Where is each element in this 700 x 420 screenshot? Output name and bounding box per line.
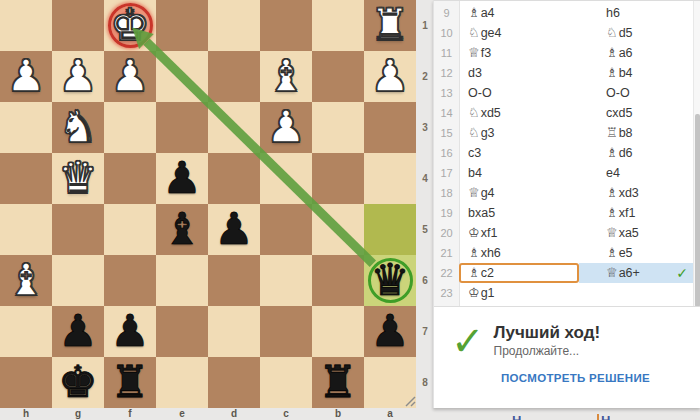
square-g8[interactable]: ♚ [52, 357, 104, 408]
move-number: 15 [434, 127, 459, 139]
correct-move-check-icon: ✓ [676, 263, 688, 283]
feedback-card: ✓ Лучший ход! Продолжайте... ПОСМОТРЕТЬ … [434, 307, 700, 407]
figurine-icon: ♘ [468, 123, 480, 143]
file-label-d: d [208, 408, 260, 420]
figurine-icon: ♗ [606, 143, 618, 163]
scrollbar-thumb[interactable] [695, 114, 700, 307]
move-13-black[interactable]: O-O [579, 83, 700, 103]
square-g6[interactable] [52, 255, 104, 306]
square-a7[interactable]: ♟ [364, 306, 416, 357]
feedback-title: Лучший ход! [494, 323, 601, 342]
figurine-icon: ♗ [606, 43, 618, 63]
square-d1[interactable] [208, 0, 260, 51]
move-14-black[interactable]: cxd5 [579, 103, 700, 123]
square-h5[interactable] [0, 204, 52, 255]
square-a6[interactable]: ♛ [364, 255, 416, 306]
square-d7[interactable] [208, 306, 260, 357]
move-14-white[interactable]: ♘xd5 [459, 103, 579, 123]
square-a1[interactable]: ♜ [364, 0, 416, 51]
square-c7[interactable] [260, 306, 312, 357]
square-h8[interactable] [0, 357, 52, 408]
move-19-white[interactable]: bxa5 [459, 203, 579, 223]
figurine-icon: ♕ [468, 43, 480, 63]
move-row-19: 19bxa5♗xf1 [434, 203, 700, 223]
move-10-white[interactable]: ♘ge4 [459, 23, 579, 43]
square-e8[interactable] [156, 357, 208, 408]
square-g2[interactable]: ♟ [52, 51, 104, 102]
square-h6[interactable]: ♝ [0, 255, 52, 306]
square-e3[interactable] [156, 102, 208, 153]
figurine-icon: ♘ [468, 23, 480, 43]
move-row-16: 16c3♗d6 [434, 143, 700, 163]
piece-black-rook-f8[interactable]: ♜ [104, 357, 156, 408]
move-16-white[interactable]: c3 [459, 143, 579, 163]
figurine-icon: ♗ [606, 203, 618, 223]
square-f5[interactable] [104, 204, 156, 255]
move-12-white[interactable]: d3 [459, 63, 579, 83]
move-11-white[interactable]: ♕f3 [459, 43, 579, 63]
scrollbar[interactable] [693, 1, 700, 306]
square-g3[interactable]: ♞ [52, 102, 104, 153]
move-number: 12 [434, 67, 459, 79]
move-22-white[interactable]: ♗c2 [459, 263, 579, 283]
move-9-black[interactable]: h6 [579, 3, 700, 23]
square-b1[interactable] [312, 0, 364, 51]
move-row-23: 23♔g1 [434, 283, 700, 303]
file-label-a: a [364, 408, 416, 420]
board-resize-grip[interactable] [403, 394, 416, 407]
move-15-black[interactable]: ♖b8 [579, 123, 700, 143]
move-row-21: 21♗xh6♗e5 [434, 243, 700, 263]
square-f4[interactable] [104, 153, 156, 204]
move-row-10: 10♘ge4♘d5 [434, 23, 700, 43]
square-b6[interactable] [312, 255, 364, 306]
square-e5[interactable]: ♝ [156, 204, 208, 255]
move-list: 9♗a4h610♘ge4♘d511♕f3♗a612d3♗b413O-OO-O14… [434, 1, 700, 307]
figurine-icon: ♔ [468, 283, 480, 303]
chess-puzzle-screen: ♚♜♟♟♟♝♟♞♟♛♟♝♟♝♛♟♟♟♚♜♜ 12345678 hgfedcba … [0, 0, 700, 420]
square-b8[interactable]: ♜ [312, 357, 364, 408]
move-number: 17 [434, 167, 459, 179]
piece-white-pawn-g2[interactable]: ♟ [52, 51, 104, 102]
piece-white-pawn-a2[interactable]: ♟ [364, 51, 416, 102]
move-22-black[interactable]: ♕a6+✓ [579, 263, 700, 283]
figurine-icon: ♕ [606, 263, 618, 283]
move-row-13: 13O-OO-O [434, 83, 700, 103]
square-c3[interactable]: ♟ [260, 102, 312, 153]
rank-label-4: 4 [419, 153, 431, 204]
piece-black-pawn-d5[interactable]: ♟ [208, 204, 260, 255]
move-19-black[interactable]: ♗xf1 [579, 203, 700, 223]
success-check-icon: ✓ [451, 323, 485, 359]
file-label-e: e [156, 408, 208, 420]
figurine-icon: ♖ [606, 123, 618, 143]
move-18-black[interactable]: ♗xd3 [579, 183, 700, 203]
square-h2[interactable]: ♟ [0, 51, 52, 102]
move-row-17: 17b4e4 [434, 163, 700, 183]
move-21-white[interactable]: ♗xh6 [459, 243, 579, 263]
move-row-9: 9♗a4h6 [434, 3, 700, 23]
square-b7[interactable] [312, 306, 364, 357]
move-13-white[interactable]: O-O [459, 83, 579, 103]
move-row-14: 14♘xd5cxd5 [434, 103, 700, 123]
piece-white-rook-a1[interactable]: ♜ [364, 0, 416, 51]
move-number: 21 [434, 247, 459, 259]
move-17-white[interactable]: b4 [459, 163, 579, 183]
feedback-subtitle: Продолжайте... [494, 344, 601, 358]
file-label-c: c [260, 408, 312, 420]
square-e7[interactable] [156, 306, 208, 357]
move-row-20: 20♔xf1♕xa5 [434, 223, 700, 243]
square-h1[interactable] [0, 0, 52, 51]
move-row-11: 11♕f3♗a6 [434, 43, 700, 63]
clipped-icon-fragment [597, 414, 599, 420]
rank-label-3: 3 [419, 102, 431, 153]
square-b5[interactable] [312, 204, 364, 255]
square-h7[interactable] [0, 306, 52, 357]
piece-black-pawn-f7[interactable]: ♟ [104, 306, 156, 357]
square-a3[interactable] [364, 102, 416, 153]
square-a2[interactable]: ♟ [364, 51, 416, 102]
piece-white-bishop-h6[interactable]: ♝ [0, 255, 52, 306]
rank-label-6: 6 [419, 255, 431, 306]
move-number: 9 [434, 7, 459, 19]
move-20-black[interactable]: ♕xa5 [579, 223, 700, 243]
square-f8[interactable]: ♜ [104, 357, 156, 408]
move-number: 23 [434, 287, 459, 299]
move-number: 20 [434, 227, 459, 239]
square-d4[interactable] [208, 153, 260, 204]
square-h4[interactable] [0, 153, 52, 204]
move-number: 14 [434, 107, 459, 119]
piece-white-pawn-f2[interactable]: ♟ [104, 51, 156, 102]
square-a4[interactable] [364, 153, 416, 204]
figurine-icon: ♘ [606, 23, 618, 43]
square-d5[interactable]: ♟ [208, 204, 260, 255]
figurine-icon: ♕ [468, 183, 480, 203]
square-b2[interactable] [312, 51, 364, 102]
figurine-icon: ♗ [468, 243, 480, 263]
move-row-15: 15♘g3♖b8 [434, 123, 700, 143]
square-c6[interactable] [260, 255, 312, 306]
move-9-white[interactable]: ♗a4 [459, 3, 579, 23]
move-18-white[interactable]: ♕g4 [459, 183, 579, 203]
square-f1[interactable]: ♚ [104, 0, 156, 51]
rank-label-2: 2 [419, 51, 431, 102]
square-e1[interactable] [156, 0, 208, 51]
square-h3[interactable] [0, 102, 52, 153]
square-g1[interactable] [52, 0, 104, 51]
move-number: 19 [434, 207, 459, 219]
piece-black-king-g8[interactable]: ♚ [52, 357, 104, 408]
move-15-white[interactable]: ♘g3 [459, 123, 579, 143]
square-f3[interactable] [104, 102, 156, 153]
piece-white-pawn-c3[interactable]: ♟ [260, 102, 312, 153]
square-f6[interactable] [104, 255, 156, 306]
square-c8[interactable] [260, 357, 312, 408]
square-d6[interactable] [208, 255, 260, 306]
move-row-12: 12d3♗b4 [434, 63, 700, 83]
square-g4[interactable]: ♛ [52, 153, 104, 204]
file-label-h: h [0, 408, 52, 420]
square-e4[interactable]: ♟ [156, 153, 208, 204]
file-label-b: b [312, 408, 364, 420]
square-a5[interactable] [364, 204, 416, 255]
square-g7[interactable]: ♟ [52, 306, 104, 357]
move-16-black[interactable]: ♗d6 [579, 143, 700, 163]
move-number: 13 [434, 87, 459, 99]
move-number: 11 [434, 47, 459, 59]
figurine-icon: ♔ [468, 223, 480, 243]
chess-board: ♚♜♟♟♟♝♟♞♟♛♟♝♟♝♛♟♟♟♚♜♜ [0, 0, 416, 408]
figurine-icon: ♗ [468, 263, 480, 283]
figurine-icon: ♗ [468, 3, 480, 23]
square-g5[interactable] [52, 204, 104, 255]
piece-black-pawn-e4[interactable]: ♟ [156, 153, 208, 204]
piece-black-queen-a6[interactable]: ♛ [364, 255, 416, 306]
move-11-black[interactable]: ♗a6 [579, 43, 700, 63]
clipped-link-fragment[interactable]: Н [597, 414, 610, 420]
piece-black-bishop-e5[interactable]: ♝ [156, 204, 208, 255]
rank-label-1: 1 [419, 0, 431, 51]
figurine-icon: ♕ [606, 223, 618, 243]
square-f2[interactable]: ♟ [104, 51, 156, 102]
move-23-black [579, 283, 700, 303]
rank-label-5: 5 [419, 204, 431, 255]
move-12-black[interactable]: ♗b4 [579, 63, 700, 83]
piece-white-pawn-h2[interactable]: ♟ [0, 51, 52, 102]
rank-label-8: 8 [419, 357, 431, 408]
piece-black-pawn-g7[interactable]: ♟ [52, 306, 104, 357]
move-number: 16 [434, 147, 459, 159]
square-b3[interactable] [312, 102, 364, 153]
square-b4[interactable] [312, 153, 364, 204]
square-c5[interactable] [260, 204, 312, 255]
piece-white-knight-g3[interactable]: ♞ [52, 102, 104, 153]
square-e6[interactable] [156, 255, 208, 306]
figurine-icon: ♘ [468, 103, 480, 123]
view-solution-link[interactable]: ПОСМОТРЕТЬ РЕШЕНИЕ [451, 372, 700, 384]
piece-white-queen-g4[interactable]: ♛ [52, 153, 104, 204]
move-number: 10 [434, 27, 459, 39]
square-f7[interactable]: ♟ [104, 306, 156, 357]
piece-black-rook-b8[interactable]: ♜ [312, 357, 364, 408]
square-d8[interactable] [208, 357, 260, 408]
piece-white-bishop-c2[interactable]: ♝ [260, 51, 312, 102]
square-d2[interactable] [208, 51, 260, 102]
rank-label-7: 7 [419, 306, 431, 357]
square-d3[interactable] [208, 102, 260, 153]
move-row-18: 18♕g4♗xd3 [434, 183, 700, 203]
clipped-link-fragment[interactable]: Н [512, 414, 521, 420]
piece-black-pawn-a7[interactable]: ♟ [364, 306, 416, 357]
moves-panel: 9♗a4h610♘ge4♘d511♕f3♗a612d3♗b413O-OO-O14… [433, 0, 700, 408]
move-20-white[interactable]: ♔xf1 [459, 223, 579, 243]
move-17-black[interactable]: e4 [579, 163, 700, 183]
square-c2[interactable]: ♝ [260, 51, 312, 102]
square-e2[interactable] [156, 51, 208, 102]
square-c1[interactable] [260, 0, 312, 51]
move-row-22: 22♗c2♕a6+✓ [434, 263, 700, 283]
figurine-icon: ♗ [606, 183, 618, 203]
figurine-icon: ♗ [606, 63, 618, 83]
move-10-black[interactable]: ♘d5 [579, 23, 700, 43]
move-21-black[interactable]: ♗e5 [579, 243, 700, 263]
figurine-icon: ♗ [606, 243, 618, 263]
file-label-f: f [104, 408, 156, 420]
move-number: 18 [434, 187, 459, 199]
file-label-g: g [52, 408, 104, 420]
move-23-white[interactable]: ♔g1 [459, 283, 579, 303]
square-c4[interactable] [260, 153, 312, 204]
move-number: 22 [434, 267, 459, 279]
piece-white-king-f1[interactable]: ♚ [104, 0, 156, 51]
